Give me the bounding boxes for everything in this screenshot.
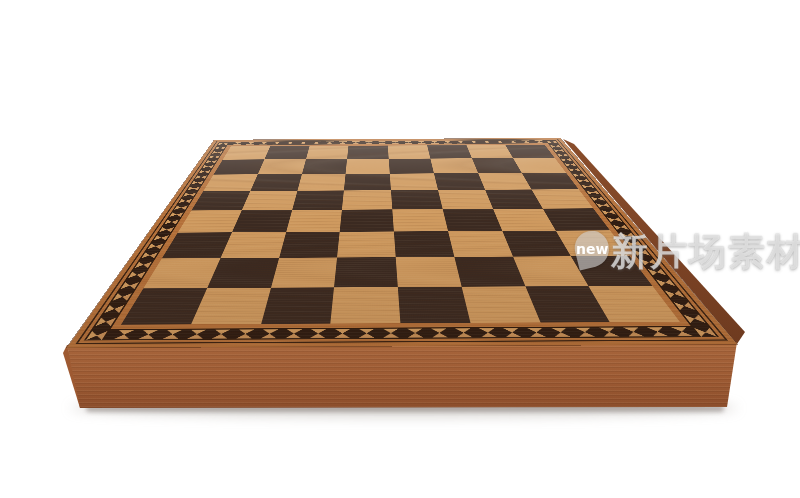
square-e2	[396, 257, 462, 287]
square-d3	[337, 231, 395, 257]
square-e4	[392, 209, 448, 231]
stock-photo: new 新片场素材	[0, 0, 800, 498]
square-b2	[207, 258, 279, 289]
square-c6	[297, 174, 346, 191]
square-a5	[191, 191, 250, 210]
chess-board	[67, 138, 737, 348]
square-e6	[390, 173, 438, 190]
square-e8	[388, 145, 430, 158]
square-f5	[438, 190, 493, 209]
square-e1	[398, 287, 470, 323]
square-f8	[427, 145, 472, 158]
square-c5	[292, 191, 344, 210]
square-d7	[346, 159, 390, 174]
square-d8	[347, 146, 388, 159]
square-b5	[242, 191, 297, 210]
square-d4	[340, 209, 394, 231]
square-a6	[203, 174, 257, 191]
square-b4	[232, 210, 292, 232]
square-e5	[391, 190, 443, 209]
square-b3	[220, 232, 285, 258]
square-f7	[430, 158, 478, 173]
square-c4	[286, 210, 342, 232]
square-e3	[394, 231, 454, 257]
square-b7	[258, 159, 306, 174]
square-c1	[261, 287, 334, 323]
square-a7	[214, 159, 265, 174]
square-a8	[223, 146, 270, 159]
square-d1	[331, 287, 401, 323]
square-d6	[344, 174, 391, 191]
square-d2	[334, 257, 398, 287]
square-f6	[434, 173, 485, 190]
square-c8	[306, 146, 349, 159]
square-c3	[279, 232, 340, 258]
square-f4	[443, 209, 502, 231]
square-d5	[342, 190, 392, 209]
square-e7	[389, 158, 434, 173]
square-c2	[271, 257, 338, 288]
square-b6	[250, 174, 302, 191]
square-c7	[302, 159, 348, 174]
square-b8	[264, 146, 309, 159]
